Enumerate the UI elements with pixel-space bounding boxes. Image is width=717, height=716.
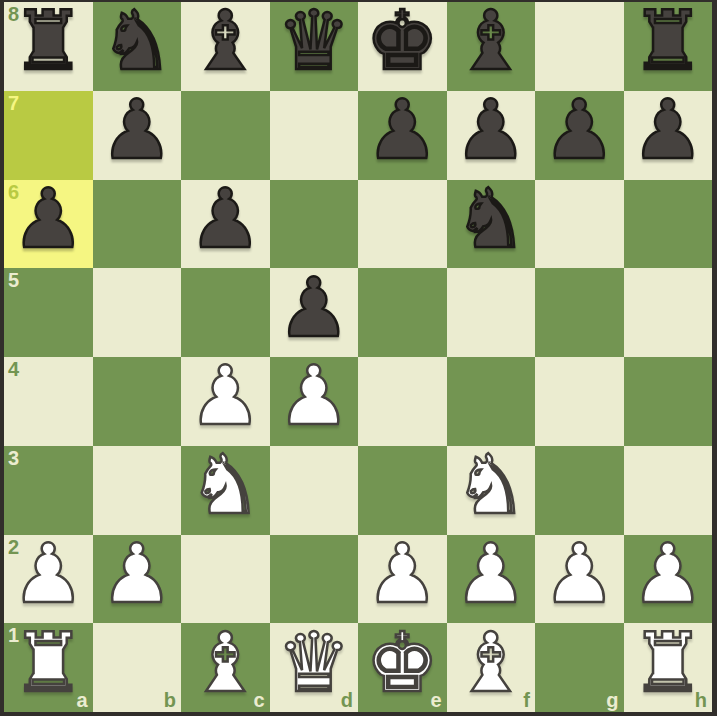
black-rook[interactable]: ♜: [631, 2, 705, 82]
square-g8[interactable]: [535, 2, 624, 91]
rank-label-3: 3: [8, 447, 19, 469]
square-b6[interactable]: [93, 180, 182, 269]
black-knight[interactable]: ♞: [454, 180, 528, 260]
square-f5[interactable]: [447, 268, 536, 357]
square-f1[interactable]: f♝: [447, 623, 536, 712]
square-e1[interactable]: e♚: [358, 623, 447, 712]
square-f2[interactable]: ♟: [447, 535, 536, 624]
chess-app-window: 8♜♞♝♛♚♝♜7♟♟♟♟♟6♟♟♞5♟4♟♟3♞♞2♟♟♟♟♟♟1a♜bc♝d…: [0, 0, 717, 716]
square-a7[interactable]: 7: [4, 91, 93, 180]
black-pawn[interactable]: ♟: [11, 180, 85, 260]
black-bishop[interactable]: ♝: [188, 2, 262, 82]
square-h7[interactable]: ♟: [624, 91, 713, 180]
square-h1[interactable]: h♜: [624, 623, 713, 712]
white-pawn[interactable]: ♟: [100, 535, 174, 615]
square-c1[interactable]: c♝: [181, 623, 270, 712]
square-g3[interactable]: [535, 446, 624, 535]
black-knight[interactable]: ♞: [100, 2, 174, 82]
square-d3[interactable]: [270, 446, 359, 535]
square-c3[interactable]: ♞: [181, 446, 270, 535]
square-c2[interactable]: [181, 535, 270, 624]
square-g2[interactable]: ♟: [535, 535, 624, 624]
black-pawn[interactable]: ♟: [277, 268, 351, 348]
square-a5[interactable]: 5: [4, 268, 93, 357]
square-c7[interactable]: [181, 91, 270, 180]
square-a2[interactable]: 2♟: [4, 535, 93, 624]
black-pawn[interactable]: ♟: [542, 91, 616, 171]
square-g5[interactable]: [535, 268, 624, 357]
square-e4[interactable]: [358, 357, 447, 446]
square-b4[interactable]: [93, 357, 182, 446]
square-g1[interactable]: g: [535, 623, 624, 712]
square-g6[interactable]: [535, 180, 624, 269]
square-b1[interactable]: b: [93, 623, 182, 712]
square-c4[interactable]: ♟: [181, 357, 270, 446]
square-g4[interactable]: [535, 357, 624, 446]
white-king[interactable]: ♚: [365, 623, 439, 703]
white-pawn[interactable]: ♟: [542, 535, 616, 615]
white-pawn[interactable]: ♟: [365, 535, 439, 615]
white-knight[interactable]: ♞: [188, 446, 262, 526]
square-c8[interactable]: ♝: [181, 2, 270, 91]
white-bishop[interactable]: ♝: [454, 623, 528, 703]
white-knight[interactable]: ♞: [454, 446, 528, 526]
file-label-g: g: [606, 689, 618, 711]
square-g7[interactable]: ♟: [535, 91, 624, 180]
square-f3[interactable]: ♞: [447, 446, 536, 535]
square-e8[interactable]: ♚: [358, 2, 447, 91]
square-a3[interactable]: 3: [4, 446, 93, 535]
square-d1[interactable]: d♛: [270, 623, 359, 712]
white-pawn[interactable]: ♟: [631, 535, 705, 615]
square-b2[interactable]: ♟: [93, 535, 182, 624]
square-h5[interactable]: [624, 268, 713, 357]
square-e6[interactable]: [358, 180, 447, 269]
rank-label-4: 4: [8, 358, 19, 380]
square-c6[interactable]: ♟: [181, 180, 270, 269]
square-h3[interactable]: [624, 446, 713, 535]
square-d5[interactable]: ♟: [270, 268, 359, 357]
black-pawn[interactable]: ♟: [188, 180, 262, 260]
square-e5[interactable]: [358, 268, 447, 357]
white-queen[interactable]: ♛: [277, 623, 351, 703]
square-f6[interactable]: ♞: [447, 180, 536, 269]
black-queen[interactable]: ♛: [277, 2, 351, 82]
file-label-b: b: [164, 689, 176, 711]
square-h4[interactable]: [624, 357, 713, 446]
square-a6[interactable]: 6♟: [4, 180, 93, 269]
square-d8[interactable]: ♛: [270, 2, 359, 91]
white-pawn[interactable]: ♟: [454, 535, 528, 615]
black-king[interactable]: ♚: [365, 2, 439, 82]
black-bishop[interactable]: ♝: [454, 2, 528, 82]
square-a1[interactable]: 1a♜: [4, 623, 93, 712]
square-c5[interactable]: [181, 268, 270, 357]
white-rook[interactable]: ♜: [631, 623, 705, 703]
square-b7[interactable]: ♟: [93, 91, 182, 180]
square-f8[interactable]: ♝: [447, 2, 536, 91]
rank-label-7: 7: [8, 92, 19, 114]
square-f7[interactable]: ♟: [447, 91, 536, 180]
black-pawn[interactable]: ♟: [631, 91, 705, 171]
black-pawn[interactable]: ♟: [365, 91, 439, 171]
square-e7[interactable]: ♟: [358, 91, 447, 180]
square-h2[interactable]: ♟: [624, 535, 713, 624]
square-e3[interactable]: [358, 446, 447, 535]
square-h6[interactable]: [624, 180, 713, 269]
square-d7[interactable]: [270, 91, 359, 180]
white-bishop[interactable]: ♝: [188, 623, 262, 703]
rank-label-5: 5: [8, 269, 19, 291]
square-a4[interactable]: 4: [4, 357, 93, 446]
white-rook[interactable]: ♜: [11, 623, 85, 703]
square-d2[interactable]: [270, 535, 359, 624]
white-pawn[interactable]: ♟: [11, 535, 85, 615]
square-b8[interactable]: ♞: [93, 2, 182, 91]
black-pawn[interactable]: ♟: [100, 91, 174, 171]
square-d4[interactable]: ♟: [270, 357, 359, 446]
square-b3[interactable]: [93, 446, 182, 535]
black-rook[interactable]: ♜: [11, 2, 85, 82]
square-f4[interactable]: [447, 357, 536, 446]
square-h8[interactable]: ♜: [624, 2, 713, 91]
square-b5[interactable]: [93, 268, 182, 357]
white-pawn[interactable]: ♟: [188, 357, 262, 437]
black-pawn[interactable]: ♟: [454, 91, 528, 171]
square-a8[interactable]: 8♜: [4, 2, 93, 91]
chess-board: 8♜♞♝♛♚♝♜7♟♟♟♟♟6♟♟♞5♟4♟♟3♞♞2♟♟♟♟♟♟1a♜bc♝d…: [4, 2, 712, 712]
white-pawn[interactable]: ♟: [277, 357, 351, 437]
square-e2[interactable]: ♟: [358, 535, 447, 624]
square-d6[interactable]: [270, 180, 359, 269]
